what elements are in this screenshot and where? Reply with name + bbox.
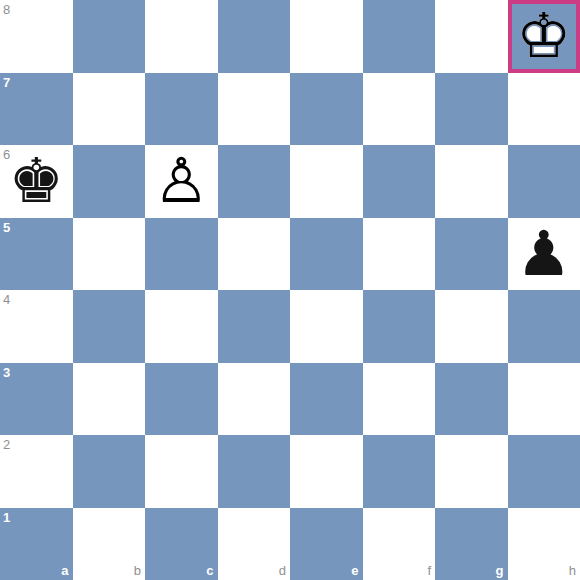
square-h7[interactable] — [508, 73, 580, 146]
piece-white-king[interactable]: ♔ — [508, 0, 580, 73]
piece-white-king-fill: ♚ — [508, 0, 580, 73]
file-label-e: e — [351, 564, 358, 577]
square-d3[interactable] — [218, 363, 291, 436]
square-b6[interactable] — [73, 145, 146, 218]
file-label-b: b — [134, 564, 141, 577]
square-b1[interactable]: b — [73, 508, 146, 580]
square-g7[interactable] — [435, 73, 508, 146]
piece-black-pawn[interactable]: ♟ — [508, 218, 580, 291]
square-c6[interactable]: ♟♙ — [145, 145, 218, 218]
square-h4[interactable] — [508, 290, 580, 363]
rank-label-1: 1 — [3, 511, 10, 524]
piece-black-king[interactable]: ♚ — [0, 145, 73, 218]
square-b3[interactable] — [73, 363, 146, 436]
square-h3[interactable] — [508, 363, 580, 436]
square-c8[interactable] — [145, 0, 218, 73]
square-e2[interactable] — [290, 435, 363, 508]
square-f7[interactable] — [363, 73, 436, 146]
piece-white-pawn-fill: ♟ — [145, 145, 218, 218]
square-e8[interactable] — [290, 0, 363, 73]
square-e3[interactable] — [290, 363, 363, 436]
square-f1[interactable]: f — [363, 508, 436, 580]
rank-label-2: 2 — [3, 438, 10, 451]
square-d1[interactable]: d — [218, 508, 291, 580]
square-c1[interactable]: c — [145, 508, 218, 580]
square-f2[interactable] — [363, 435, 436, 508]
square-a3[interactable]: 3 — [0, 363, 73, 436]
rank-label-6: 6 — [3, 148, 10, 161]
square-e4[interactable] — [290, 290, 363, 363]
square-h8[interactable]: ♚♔ — [508, 0, 580, 73]
square-c7[interactable] — [145, 73, 218, 146]
square-h2[interactable] — [508, 435, 580, 508]
square-e1[interactable]: e — [290, 508, 363, 580]
square-d6[interactable] — [218, 145, 291, 218]
square-b5[interactable] — [73, 218, 146, 291]
square-d7[interactable] — [218, 73, 291, 146]
square-c5[interactable] — [145, 218, 218, 291]
square-g4[interactable] — [435, 290, 508, 363]
piece-white-pawn[interactable]: ♙ — [145, 145, 218, 218]
square-a7[interactable]: 7 — [0, 73, 73, 146]
square-b4[interactable] — [73, 290, 146, 363]
square-g1[interactable]: g — [435, 508, 508, 580]
file-label-g: g — [496, 564, 504, 577]
square-b7[interactable] — [73, 73, 146, 146]
square-b8[interactable] — [73, 0, 146, 73]
square-a1[interactable]: 1a — [0, 508, 73, 580]
square-g8[interactable] — [435, 0, 508, 73]
file-label-c: c — [206, 564, 213, 577]
file-label-d: d — [279, 564, 286, 577]
square-c3[interactable] — [145, 363, 218, 436]
square-a4[interactable]: 4 — [0, 290, 73, 363]
square-b2[interactable] — [73, 435, 146, 508]
square-d2[interactable] — [218, 435, 291, 508]
square-g2[interactable] — [435, 435, 508, 508]
rank-label-8: 8 — [3, 3, 10, 16]
rank-label-7: 7 — [3, 76, 10, 89]
square-f5[interactable] — [363, 218, 436, 291]
square-f4[interactable] — [363, 290, 436, 363]
rank-label-4: 4 — [3, 293, 10, 306]
chess-board: 8♚♔76♚♟♙5♟4321abcdefgh — [0, 0, 580, 580]
file-label-a: a — [61, 564, 68, 577]
square-h1[interactable]: h — [508, 508, 580, 580]
square-a2[interactable]: 2 — [0, 435, 73, 508]
square-d5[interactable] — [218, 218, 291, 291]
file-label-h: h — [569, 564, 576, 577]
square-a6[interactable]: 6♚ — [0, 145, 73, 218]
square-f8[interactable] — [363, 0, 436, 73]
square-f6[interactable] — [363, 145, 436, 218]
square-f3[interactable] — [363, 363, 436, 436]
square-a8[interactable]: 8 — [0, 0, 73, 73]
square-g5[interactable] — [435, 218, 508, 291]
file-label-f: f — [427, 564, 431, 577]
square-h5[interactable]: ♟ — [508, 218, 580, 291]
rank-label-3: 3 — [3, 366, 10, 379]
rank-label-5: 5 — [3, 221, 10, 234]
square-e7[interactable] — [290, 73, 363, 146]
square-h6[interactable] — [508, 145, 580, 218]
square-d4[interactable] — [218, 290, 291, 363]
square-d8[interactable] — [218, 0, 291, 73]
square-e5[interactable] — [290, 218, 363, 291]
square-a5[interactable]: 5 — [0, 218, 73, 291]
square-c2[interactable] — [145, 435, 218, 508]
square-e6[interactable] — [290, 145, 363, 218]
square-g6[interactable] — [435, 145, 508, 218]
square-g3[interactable] — [435, 363, 508, 436]
square-c4[interactable] — [145, 290, 218, 363]
